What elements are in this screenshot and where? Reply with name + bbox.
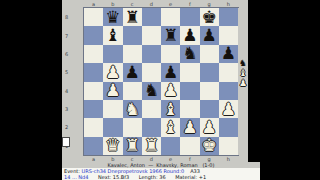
square-e1[interactable] bbox=[161, 137, 180, 155]
file-label-a: a bbox=[84, 0, 103, 8]
white-pawn[interactable]: ♟ bbox=[105, 82, 120, 99]
square-b6[interactable] bbox=[103, 45, 122, 63]
file-labels-bottom: abcdefgh bbox=[84, 155, 238, 162]
square-b1[interactable]: ♛ bbox=[103, 137, 122, 155]
square-h4[interactable] bbox=[219, 82, 238, 100]
square-g3[interactable] bbox=[200, 100, 219, 118]
black-pawn[interactable]: ♟ bbox=[221, 45, 236, 62]
file-label-g: g bbox=[200, 155, 219, 162]
square-d6[interactable] bbox=[142, 45, 161, 63]
square-c4[interactable] bbox=[123, 82, 142, 100]
white-pawn[interactable]: ♟ bbox=[221, 101, 236, 118]
square-b4[interactable]: ♟ bbox=[103, 82, 122, 100]
square-e2[interactable]: ♝ bbox=[161, 118, 180, 136]
square-a4[interactable] bbox=[84, 82, 103, 100]
rank-label-3: 3 bbox=[62, 100, 84, 118]
square-h1[interactable] bbox=[219, 137, 238, 155]
white-rook[interactable]: ♜ bbox=[125, 137, 140, 154]
material-tray: ♞♝♟ bbox=[238, 8, 248, 155]
square-h5[interactable] bbox=[219, 63, 238, 81]
square-e5[interactable]: ♟ bbox=[161, 63, 180, 81]
move-info: Next: 15.Bf3 Length: 36 Material: +1 bbox=[88, 174, 206, 180]
black-knight-icon: ♞ bbox=[239, 58, 247, 68]
square-g5[interactable] bbox=[200, 63, 219, 81]
square-f4[interactable] bbox=[180, 82, 199, 100]
square-d8[interactable] bbox=[142, 8, 161, 26]
rank-label-2: 2 bbox=[62, 118, 84, 136]
file-label-a: a bbox=[84, 155, 103, 162]
square-b3[interactable] bbox=[103, 100, 122, 118]
move-status-line: 14 ... Nd4 Next: 15.Bf3 Length: 36 Mater… bbox=[64, 174, 260, 180]
screenshot-canvas: abcdefgh 87654321 ♛♜♚♝♜♟♟♞♟♟♟♟♟♞♟♞♝♟♝♟♟♛… bbox=[0, 0, 320, 180]
square-f6[interactable]: ♞ bbox=[180, 45, 199, 63]
white-bishop[interactable]: ♝ bbox=[163, 119, 178, 136]
black-pawn[interactable]: ♟ bbox=[163, 64, 178, 81]
black-pawn[interactable]: ♟ bbox=[125, 64, 140, 81]
file-label-h: h bbox=[219, 155, 238, 162]
square-c5[interactable]: ♟ bbox=[123, 63, 142, 81]
black-king[interactable]: ♚ bbox=[202, 9, 217, 26]
black-pawn[interactable]: ♟ bbox=[182, 27, 197, 44]
black-bishop[interactable]: ♝ bbox=[105, 27, 120, 44]
file-label-b: b bbox=[103, 155, 122, 162]
square-e4[interactable]: ♟ bbox=[161, 82, 180, 100]
square-h3[interactable]: ♟ bbox=[219, 100, 238, 118]
square-h7[interactable] bbox=[219, 26, 238, 44]
file-label-f: f bbox=[180, 0, 199, 8]
square-g1[interactable]: ♚ bbox=[200, 137, 219, 155]
game-info-footer: Kavalec, Anton — Khavsky, Roman (1-0) Ev… bbox=[62, 162, 260, 180]
black-pawn[interactable]: ♟ bbox=[202, 27, 217, 44]
square-a6[interactable] bbox=[84, 45, 103, 63]
square-f3[interactable] bbox=[180, 100, 199, 118]
square-f1[interactable] bbox=[180, 137, 199, 155]
square-b2[interactable] bbox=[103, 118, 122, 136]
game-details: Event: URS-ch34 Dnepropetrovsk 1966 Roun… bbox=[62, 168, 260, 180]
square-e3[interactable]: ♝ bbox=[161, 100, 180, 118]
square-g8[interactable]: ♚ bbox=[200, 8, 219, 26]
square-d7[interactable] bbox=[142, 26, 161, 44]
square-f2[interactable]: ♟ bbox=[180, 118, 199, 136]
rank-label-4: 4 bbox=[62, 82, 84, 100]
square-c3[interactable]: ♞ bbox=[123, 100, 142, 118]
rank-label-8: 8 bbox=[62, 8, 84, 26]
file-label-d: d bbox=[142, 0, 161, 8]
white-pawn[interactable]: ♟ bbox=[105, 64, 120, 81]
white-to-move-indicator bbox=[62, 137, 70, 147]
square-a8[interactable] bbox=[84, 8, 103, 26]
square-g4[interactable] bbox=[200, 82, 219, 100]
square-d2[interactable] bbox=[142, 118, 161, 136]
square-a3[interactable] bbox=[84, 100, 103, 118]
chess-board-panel: abcdefgh 87654321 ♛♜♚♝♜♟♟♞♟♟♟♟♟♞♟♞♝♟♝♟♟♛… bbox=[62, 0, 248, 162]
black-rook[interactable]: ♜ bbox=[163, 27, 178, 44]
file-label-e: e bbox=[161, 155, 180, 162]
square-e6[interactable] bbox=[161, 45, 180, 63]
black-rook[interactable]: ♜ bbox=[125, 9, 140, 26]
square-d1[interactable]: ♜ bbox=[142, 137, 161, 155]
chess-board[interactable]: ♛♜♚♝♜♟♟♞♟♟♟♟♟♞♟♞♝♟♝♟♟♛♜♜♚ bbox=[84, 8, 238, 155]
rank-label-7: 7 bbox=[62, 26, 84, 44]
white-queen[interactable]: ♛ bbox=[105, 137, 120, 154]
square-a7[interactable] bbox=[84, 26, 103, 44]
rank-labels-left: 87654321 bbox=[62, 8, 84, 155]
square-f7[interactable]: ♟ bbox=[180, 26, 199, 44]
square-h2[interactable] bbox=[219, 118, 238, 136]
square-c7[interactable] bbox=[123, 26, 142, 44]
square-c6[interactable] bbox=[123, 45, 142, 63]
square-a2[interactable] bbox=[84, 118, 103, 136]
white-pawn[interactable]: ♟ bbox=[163, 82, 178, 99]
rank-label-5: 5 bbox=[62, 63, 84, 81]
file-label-d: d bbox=[142, 155, 161, 162]
black-queen[interactable]: ♛ bbox=[105, 9, 120, 26]
square-d4[interactable]: ♞ bbox=[142, 82, 161, 100]
material-difference-stack: ♞♝♟ bbox=[238, 58, 248, 88]
white-pawn-icon: ♟ bbox=[239, 78, 247, 88]
white-pawn[interactable]: ♟ bbox=[202, 119, 217, 136]
file-label-h: h bbox=[219, 0, 238, 8]
square-g6[interactable] bbox=[200, 45, 219, 63]
white-bishop-icon: ♝ bbox=[239, 68, 247, 78]
rank-label-6: 6 bbox=[62, 45, 84, 63]
square-b5[interactable]: ♟ bbox=[103, 63, 122, 81]
white-rook[interactable]: ♜ bbox=[144, 137, 159, 154]
square-a5[interactable] bbox=[84, 63, 103, 81]
white-king[interactable]: ♚ bbox=[202, 137, 217, 154]
square-c8[interactable]: ♜ bbox=[123, 8, 142, 26]
white-pawn[interactable]: ♟ bbox=[182, 119, 197, 136]
last-move: 14 ... Nd4 bbox=[64, 174, 88, 180]
square-f5[interactable] bbox=[180, 63, 199, 81]
square-d5[interactable] bbox=[142, 63, 161, 81]
square-c1[interactable]: ♜ bbox=[123, 137, 142, 155]
white-knight[interactable]: ♞ bbox=[125, 101, 140, 118]
square-b8[interactable]: ♛ bbox=[103, 8, 122, 26]
file-label-c: c bbox=[123, 155, 142, 162]
black-knight[interactable]: ♞ bbox=[144, 82, 159, 99]
square-h8[interactable] bbox=[219, 8, 238, 26]
square-e7[interactable]: ♜ bbox=[161, 26, 180, 44]
square-c2[interactable] bbox=[123, 118, 142, 136]
square-h6[interactable]: ♟ bbox=[219, 45, 238, 63]
white-bishop[interactable]: ♝ bbox=[163, 101, 178, 118]
square-f8[interactable] bbox=[180, 8, 199, 26]
square-g7[interactable]: ♟ bbox=[200, 26, 219, 44]
file-label-f: f bbox=[180, 155, 199, 162]
square-d3[interactable] bbox=[142, 100, 161, 118]
square-e8[interactable] bbox=[161, 8, 180, 26]
square-a1[interactable] bbox=[84, 137, 103, 155]
black-knight[interactable]: ♞ bbox=[182, 45, 197, 62]
file-label-e: e bbox=[161, 0, 180, 8]
square-g2[interactable]: ♟ bbox=[200, 118, 219, 136]
square-b7[interactable]: ♝ bbox=[103, 26, 122, 44]
